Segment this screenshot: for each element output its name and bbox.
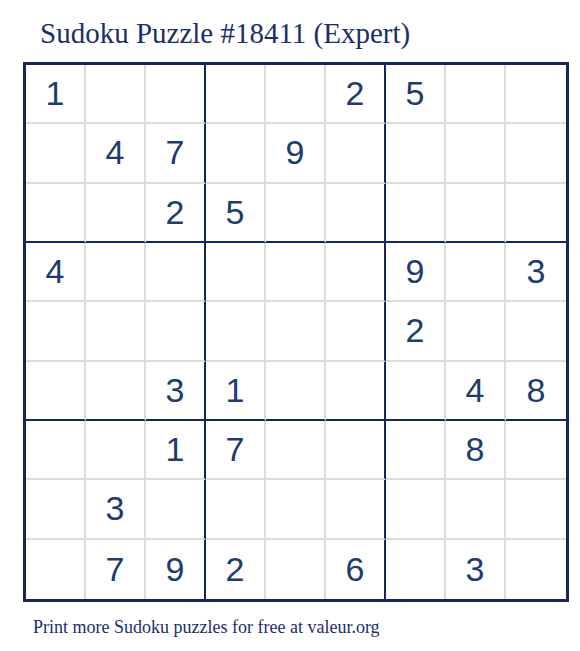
cell-r9c6-clue[interactable]: 6 <box>326 540 386 599</box>
cell-r7c9-empty[interactable] <box>506 421 566 480</box>
cell-r1c8-empty[interactable] <box>446 65 506 124</box>
cell-r4c3-empty[interactable] <box>146 243 206 302</box>
cell-r6c9-clue[interactable]: 8 <box>506 362 566 421</box>
cell-r6c4-clue[interactable]: 1 <box>206 362 266 421</box>
cell-r1c7-clue[interactable]: 5 <box>386 65 446 124</box>
cell-r9c5-empty[interactable] <box>266 540 326 599</box>
cell-r2c9-empty[interactable] <box>506 124 566 183</box>
cell-r6c1-empty[interactable] <box>26 362 86 421</box>
cell-r6c7-empty[interactable] <box>386 362 446 421</box>
cell-r4c7-clue[interactable]: 9 <box>386 243 446 302</box>
cell-r1c9-empty[interactable] <box>506 65 566 124</box>
cell-r8c2-clue[interactable]: 3 <box>86 480 146 539</box>
cell-r5c2-empty[interactable] <box>86 302 146 361</box>
cell-r5c9-empty[interactable] <box>506 302 566 361</box>
cell-r4c4-empty[interactable] <box>206 243 266 302</box>
cell-r3c4-clue[interactable]: 5 <box>206 184 266 243</box>
cell-r7c5-empty[interactable] <box>266 421 326 480</box>
cell-r1c1-clue[interactable]: 1 <box>26 65 86 124</box>
cell-r6c3-clue[interactable]: 3 <box>146 362 206 421</box>
cell-r1c3-empty[interactable] <box>146 65 206 124</box>
cell-r3c3-clue[interactable]: 2 <box>146 184 206 243</box>
cell-r1c2-empty[interactable] <box>86 65 146 124</box>
cell-r2c3-clue[interactable]: 7 <box>146 124 206 183</box>
cell-r2c2-clue[interactable]: 4 <box>86 124 146 183</box>
cell-r9c9-empty[interactable] <box>506 540 566 599</box>
cell-r3c1-empty[interactable] <box>26 184 86 243</box>
cell-r9c4-clue[interactable]: 2 <box>206 540 266 599</box>
cell-r7c8-clue[interactable]: 8 <box>446 421 506 480</box>
cell-r6c8-clue[interactable]: 4 <box>446 362 506 421</box>
sudoku-board: 1254792549323148178379263 <box>23 62 569 602</box>
cell-r1c6-clue[interactable]: 2 <box>326 65 386 124</box>
cell-r9c2-clue[interactable]: 7 <box>86 540 146 599</box>
cell-r9c3-clue[interactable]: 9 <box>146 540 206 599</box>
cell-r7c2-empty[interactable] <box>86 421 146 480</box>
cell-r5c1-empty[interactable] <box>26 302 86 361</box>
cell-r3c2-empty[interactable] <box>86 184 146 243</box>
cell-r3c8-empty[interactable] <box>446 184 506 243</box>
cell-r7c7-empty[interactable] <box>386 421 446 480</box>
cell-r1c4-empty[interactable] <box>206 65 266 124</box>
cell-r2c7-empty[interactable] <box>386 124 446 183</box>
cell-r3c6-empty[interactable] <box>326 184 386 243</box>
cell-r6c5-empty[interactable] <box>266 362 326 421</box>
cell-r4c5-empty[interactable] <box>266 243 326 302</box>
cell-r5c8-empty[interactable] <box>446 302 506 361</box>
cell-r4c2-empty[interactable] <box>86 243 146 302</box>
cell-r2c8-empty[interactable] <box>446 124 506 183</box>
cell-r7c4-clue[interactable]: 7 <box>206 421 266 480</box>
cell-r3c5-empty[interactable] <box>266 184 326 243</box>
cell-r1c5-empty[interactable] <box>266 65 326 124</box>
footer-text: Print more Sudoku puzzles for free at va… <box>33 617 380 638</box>
cell-r5c4-empty[interactable] <box>206 302 266 361</box>
cell-r4c6-empty[interactable] <box>326 243 386 302</box>
cell-r5c3-empty[interactable] <box>146 302 206 361</box>
cell-r8c1-empty[interactable] <box>26 480 86 539</box>
cell-r8c7-empty[interactable] <box>386 480 446 539</box>
cell-r7c1-empty[interactable] <box>26 421 86 480</box>
cell-r8c5-empty[interactable] <box>266 480 326 539</box>
cell-r5c5-empty[interactable] <box>266 302 326 361</box>
cell-r6c2-empty[interactable] <box>86 362 146 421</box>
cell-r2c1-empty[interactable] <box>26 124 86 183</box>
cell-r3c9-empty[interactable] <box>506 184 566 243</box>
cell-r8c4-empty[interactable] <box>206 480 266 539</box>
cell-r6c6-empty[interactable] <box>326 362 386 421</box>
cell-r8c3-empty[interactable] <box>146 480 206 539</box>
cell-r9c7-empty[interactable] <box>386 540 446 599</box>
cell-r9c1-empty[interactable] <box>26 540 86 599</box>
cell-r2c4-empty[interactable] <box>206 124 266 183</box>
cell-r5c6-empty[interactable] <box>326 302 386 361</box>
cell-r7c3-clue[interactable]: 1 <box>146 421 206 480</box>
cell-r4c1-clue[interactable]: 4 <box>26 243 86 302</box>
sudoku-page: Sudoku Puzzle #18411 (Expert) 1254792549… <box>0 0 580 651</box>
cell-r7c6-empty[interactable] <box>326 421 386 480</box>
cell-r4c9-clue[interactable]: 3 <box>506 243 566 302</box>
cell-r2c6-empty[interactable] <box>326 124 386 183</box>
cell-r3c7-empty[interactable] <box>386 184 446 243</box>
cell-r8c6-empty[interactable] <box>326 480 386 539</box>
cell-r5c7-clue[interactable]: 2 <box>386 302 446 361</box>
cell-r8c9-empty[interactable] <box>506 480 566 539</box>
cell-r9c8-clue[interactable]: 3 <box>446 540 506 599</box>
cell-r2c5-clue[interactable]: 9 <box>266 124 326 183</box>
cell-r8c8-empty[interactable] <box>446 480 506 539</box>
page-title: Sudoku Puzzle #18411 (Expert) <box>40 16 410 51</box>
cell-r4c8-empty[interactable] <box>446 243 506 302</box>
